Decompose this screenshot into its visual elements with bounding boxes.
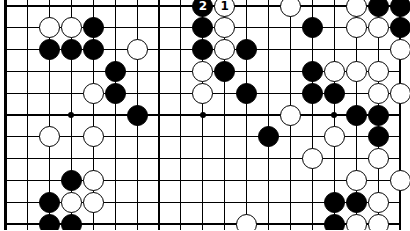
black-stone bbox=[302, 17, 323, 38]
black-stone bbox=[61, 214, 82, 231]
black-stone bbox=[127, 105, 148, 126]
white-stone bbox=[390, 83, 410, 104]
black-stone bbox=[61, 39, 82, 60]
white-stone bbox=[192, 83, 213, 104]
white-stone bbox=[39, 126, 60, 147]
black-stone bbox=[346, 192, 367, 213]
white-stone bbox=[280, 105, 301, 126]
star-point bbox=[200, 112, 206, 118]
white-stone bbox=[324, 61, 345, 82]
black-stone bbox=[236, 39, 257, 60]
black-stone bbox=[192, 17, 213, 38]
white-stone bbox=[346, 17, 367, 38]
black-stone bbox=[39, 39, 60, 60]
white-stone bbox=[368, 214, 389, 231]
move-number-stone: 2 bbox=[192, 0, 213, 17]
white-stone bbox=[346, 170, 367, 191]
white-stone bbox=[83, 192, 104, 213]
white-stone bbox=[346, 0, 367, 17]
white-stone bbox=[127, 39, 148, 60]
black-stone bbox=[368, 126, 389, 147]
black-stone bbox=[236, 83, 257, 104]
black-stone bbox=[324, 83, 345, 104]
white-stone bbox=[368, 148, 389, 169]
black-stone bbox=[390, 17, 410, 38]
white-stone bbox=[214, 39, 235, 60]
white-stone bbox=[368, 61, 389, 82]
white-stone bbox=[368, 192, 389, 213]
black-stone bbox=[390, 0, 410, 17]
white-stone bbox=[324, 126, 345, 147]
black-stone bbox=[302, 83, 323, 104]
white-stone bbox=[83, 83, 104, 104]
go-board-diagram: 21 bbox=[0, 0, 410, 230]
black-stone bbox=[83, 39, 104, 60]
white-stone bbox=[192, 61, 213, 82]
white-stone bbox=[280, 0, 301, 17]
black-stone bbox=[346, 105, 367, 126]
black-stone bbox=[324, 214, 345, 231]
black-stone bbox=[368, 105, 389, 126]
black-stone bbox=[258, 126, 279, 147]
white-stone bbox=[302, 148, 323, 169]
move-number-label: 1 bbox=[221, 0, 229, 12]
white-stone bbox=[61, 192, 82, 213]
white-stone bbox=[39, 17, 60, 38]
black-stone bbox=[39, 192, 60, 213]
white-stone bbox=[390, 170, 410, 191]
white-stone bbox=[83, 126, 104, 147]
white-stone bbox=[83, 170, 104, 191]
black-stone bbox=[368, 0, 389, 17]
white-stone bbox=[368, 83, 389, 104]
black-stone bbox=[105, 83, 126, 104]
black-stone bbox=[192, 39, 213, 60]
black-stone bbox=[214, 61, 235, 82]
black-stone bbox=[83, 17, 104, 38]
black-stone bbox=[61, 170, 82, 191]
star-point bbox=[68, 112, 74, 118]
black-stone bbox=[105, 61, 126, 82]
white-stone bbox=[368, 17, 389, 38]
star-point bbox=[331, 112, 337, 118]
white-stone bbox=[236, 214, 257, 231]
move-number-label: 2 bbox=[199, 0, 207, 12]
white-stone bbox=[346, 61, 367, 82]
move-number-stone: 1 bbox=[214, 0, 235, 17]
white-stone bbox=[61, 17, 82, 38]
black-stone bbox=[324, 192, 345, 213]
white-stone bbox=[346, 214, 367, 231]
white-stone bbox=[214, 17, 235, 38]
grid-line-horizontal bbox=[4, 158, 401, 159]
black-stone bbox=[302, 61, 323, 82]
black-stone bbox=[39, 214, 60, 231]
white-stone bbox=[390, 39, 410, 60]
